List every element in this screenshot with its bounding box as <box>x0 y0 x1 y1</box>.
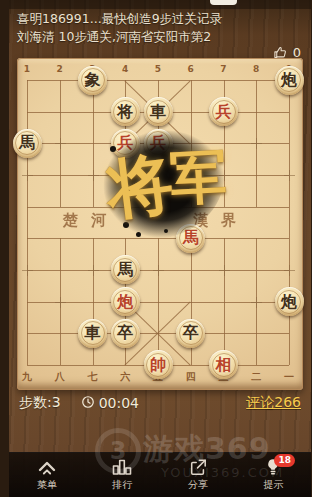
piece-red-soldier[interactable]: 兵 <box>209 97 238 126</box>
game-screen: 喜明186991...最快创造9步过关记录 刘海清 10步通关,河南省安阳市第2… <box>9 0 311 497</box>
status-bar: 步数:3 00:04 评论266 <box>19 392 301 414</box>
nav-share-button[interactable]: 分享 <box>160 453 236 497</box>
piece-red-elephant[interactable]: 相 <box>209 350 238 379</box>
nav-ranking-label: 排行 <box>112 478 132 492</box>
elapsed-time: 00:04 <box>99 395 139 411</box>
nav-hint-label: 提示 <box>263 478 283 492</box>
piece-black-horse[interactable]: 馬 <box>111 255 140 284</box>
move-counter: 步数:3 <box>19 394 61 412</box>
piece-red-soldier[interactable]: 兵 <box>111 129 140 158</box>
grid-line <box>27 80 28 365</box>
point-marker <box>153 265 164 276</box>
point-marker <box>22 265 33 276</box>
point-marker <box>219 170 230 181</box>
file-label-top: 1 <box>24 64 30 74</box>
piece-black-general[interactable]: 将 <box>111 97 140 126</box>
xiangqi-board[interactable]: 楚河 漢界 123456789九八七六五四三二一象炮将車兵馬兵兵馬馬炮炮車卒卒帥… <box>17 58 303 390</box>
top-cutoff-strip <box>9 0 311 9</box>
piece-red-cannon[interactable]: 炮 <box>111 287 140 316</box>
piece-black-cannon[interactable]: 炮 <box>275 66 304 95</box>
like-count: 0 <box>293 45 301 60</box>
piece-red-general[interactable]: 帥 <box>144 350 173 379</box>
piece-black-soldier[interactable]: 卒 <box>176 319 205 348</box>
piece-black-horse[interactable]: 馬 <box>13 129 42 158</box>
feed-line-1: 喜明186991...最快创造9步过关记录 <box>17 10 305 28</box>
file-label-bottom: 一 <box>284 370 294 384</box>
file-label-top: 6 <box>188 64 194 74</box>
nav-hint-button[interactable]: 提示 18 <box>236 453 312 497</box>
nav-menu-button[interactable]: 菜单 <box>9 453 85 497</box>
point-marker <box>251 138 262 149</box>
piece-black-soldier[interactable]: 卒 <box>111 319 140 348</box>
chevron-up-icon <box>36 458 58 476</box>
feed-line-2: 刘海清 10步通关,河南省安阳市第2 <box>17 28 305 46</box>
file-label-bottom: 七 <box>88 370 98 384</box>
file-label-bottom: 九 <box>22 370 32 384</box>
point-marker <box>55 138 66 149</box>
piece-black-cannon[interactable]: 炮 <box>275 287 304 316</box>
clock-icon <box>81 395 95 412</box>
nav-ranking-button[interactable]: 排行 <box>85 453 161 497</box>
file-label-bottom: 四 <box>186 370 196 384</box>
file-label-top: 8 <box>253 64 259 74</box>
file-label-top: 7 <box>220 64 226 74</box>
point-marker <box>251 297 262 308</box>
point-marker <box>284 265 295 276</box>
nav-share-label: 分享 <box>188 478 208 492</box>
point-marker <box>88 265 99 276</box>
file-label-bottom: 八 <box>55 370 65 384</box>
nav-menu-label: 菜单 <box>37 478 57 492</box>
file-label-top: 2 <box>57 64 63 74</box>
bar-chart-icon <box>111 458 133 476</box>
hint-badge: 18 <box>274 454 295 467</box>
record-feed: 喜明186991...最快创造9步过关记录 刘海清 10步通关,河南省安阳市第2 <box>17 10 305 45</box>
piece-black-elephant[interactable]: 象 <box>78 66 107 95</box>
point-marker <box>55 297 66 308</box>
grid-line <box>289 80 290 365</box>
piece-black-chariot[interactable]: 車 <box>144 97 173 126</box>
river-text-left: 楚河 <box>63 211 119 230</box>
file-label-bottom: 六 <box>120 370 130 384</box>
grid-line <box>27 80 289 81</box>
piece-red-soldier[interactable]: 兵 <box>144 129 173 158</box>
point-marker <box>22 170 33 181</box>
thumbs-up-icon[interactable] <box>273 45 288 60</box>
like-row[interactable]: 0 <box>273 45 301 60</box>
piece-black-chariot[interactable]: 車 <box>78 319 107 348</box>
file-label-top: 4 <box>122 64 128 74</box>
comments-link[interactable]: 评论266 <box>246 394 301 412</box>
grid-line <box>27 207 289 208</box>
piece-red-horse[interactable]: 馬 <box>176 224 205 253</box>
river-text-right: 漢界 <box>193 211 249 230</box>
grid-line <box>27 238 289 239</box>
top-cutoff-button <box>210 0 237 5</box>
point-marker <box>153 170 164 181</box>
bottom-nav: 菜单 排行 分享 <box>9 452 311 497</box>
point-marker <box>219 265 230 276</box>
file-label-bottom: 二 <box>251 370 261 384</box>
share-icon <box>188 458 208 476</box>
grid-line <box>27 302 289 303</box>
point-marker <box>284 170 295 181</box>
point-marker <box>88 170 99 181</box>
file-label-top: 5 <box>155 64 161 74</box>
